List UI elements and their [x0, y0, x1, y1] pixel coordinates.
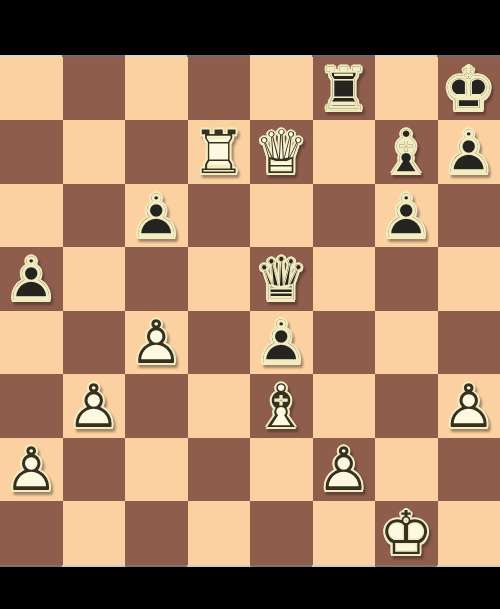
- square-c7[interactable]: [125, 120, 188, 183]
- square-b4[interactable]: [63, 311, 126, 374]
- square-d3[interactable]: [188, 374, 251, 437]
- square-g8[interactable]: [375, 57, 438, 120]
- white-king-outline-icon: ♔: [375, 501, 438, 564]
- piece-white-pawn-f2[interactable]: ♟♙: [313, 438, 376, 501]
- black-pawn-outline-icon: ♙: [0, 247, 63, 310]
- square-g1[interactable]: ♚♔: [375, 501, 438, 564]
- black-pawn-outline-icon: ♙: [438, 120, 500, 183]
- square-b3[interactable]: ♟♙: [63, 374, 126, 437]
- square-c5[interactable]: [125, 247, 188, 310]
- square-f5[interactable]: [313, 247, 376, 310]
- black-pawn-outline-icon: ♙: [375, 184, 438, 247]
- square-a8[interactable]: [0, 57, 63, 120]
- square-c6[interactable]: ♟♙: [125, 184, 188, 247]
- square-e2[interactable]: [250, 438, 313, 501]
- square-d2[interactable]: [188, 438, 251, 501]
- square-g6[interactable]: ♟♙: [375, 184, 438, 247]
- white-queen-outline-icon: ♕: [250, 120, 313, 183]
- square-h1[interactable]: [438, 501, 500, 564]
- square-e3[interactable]: ♝♗: [250, 374, 313, 437]
- square-f2[interactable]: ♟♙: [313, 438, 376, 501]
- square-f4[interactable]: [313, 311, 376, 374]
- square-h4[interactable]: [438, 311, 500, 374]
- white-pawn-outline-icon: ♙: [0, 438, 63, 501]
- piece-black-pawn-e4[interactable]: ♟♙: [250, 311, 313, 374]
- piece-black-king-h8[interactable]: ♚♔: [438, 57, 500, 120]
- square-f3[interactable]: [313, 374, 376, 437]
- square-c3[interactable]: [125, 374, 188, 437]
- square-d6[interactable]: [188, 184, 251, 247]
- top-letterbox-bar: [0, 0, 500, 55]
- piece-white-pawn-b3[interactable]: ♟♙: [63, 374, 126, 437]
- square-a6[interactable]: [0, 184, 63, 247]
- black-bishop-outline-icon: ♗: [375, 120, 438, 183]
- square-e1[interactable]: [250, 501, 313, 564]
- square-b1[interactable]: [63, 501, 126, 564]
- piece-white-pawn-a2[interactable]: ♟♙: [0, 438, 63, 501]
- square-c4[interactable]: ♟♙: [125, 311, 188, 374]
- piece-black-pawn-g6[interactable]: ♟♙: [375, 184, 438, 247]
- chess-board: ♜♖♚♔♜♖♛♕♝♗♟♙♟♙♟♙♟♙♛♕♟♙♟♙♟♙♝♗♟♙♟♙♟♙♚♔: [0, 57, 500, 565]
- square-f8[interactable]: ♜♖: [313, 57, 376, 120]
- square-c8[interactable]: [125, 57, 188, 120]
- piece-white-rook-d7[interactable]: ♜♖: [188, 120, 251, 183]
- piece-black-bishop-g7[interactable]: ♝♗: [375, 120, 438, 183]
- square-b7[interactable]: [63, 120, 126, 183]
- square-g2[interactable]: [375, 438, 438, 501]
- white-rook-outline-icon: ♖: [188, 120, 251, 183]
- square-d4[interactable]: [188, 311, 251, 374]
- square-b5[interactable]: [63, 247, 126, 310]
- chess-board-screenshot: ♜♖♚♔♜♖♛♕♝♗♟♙♟♙♟♙♟♙♛♕♟♙♟♙♟♙♝♗♟♙♟♙♟♙♚♔: [0, 0, 500, 609]
- square-g7[interactable]: ♝♗: [375, 120, 438, 183]
- piece-white-queen-e7[interactable]: ♛♕: [250, 120, 313, 183]
- square-b8[interactable]: [63, 57, 126, 120]
- square-a4[interactable]: [0, 311, 63, 374]
- piece-black-pawn-h7[interactable]: ♟♙: [438, 120, 500, 183]
- square-h5[interactable]: [438, 247, 500, 310]
- square-c2[interactable]: [125, 438, 188, 501]
- piece-white-bishop-e3[interactable]: ♝♗: [250, 374, 313, 437]
- piece-white-pawn-c4[interactable]: ♟♙: [125, 311, 188, 374]
- square-f1[interactable]: [313, 501, 376, 564]
- black-pawn-outline-icon: ♙: [125, 184, 188, 247]
- square-e5[interactable]: ♛♕: [250, 247, 313, 310]
- piece-black-queen-e5[interactable]: ♛♕: [250, 247, 313, 310]
- square-e6[interactable]: [250, 184, 313, 247]
- square-g4[interactable]: [375, 311, 438, 374]
- white-pawn-outline-icon: ♙: [313, 438, 376, 501]
- square-e8[interactable]: [250, 57, 313, 120]
- black-rook-outline-icon: ♖: [313, 57, 376, 120]
- square-b2[interactable]: [63, 438, 126, 501]
- square-g3[interactable]: [375, 374, 438, 437]
- white-pawn-outline-icon: ♙: [125, 311, 188, 374]
- square-h7[interactable]: ♟♙: [438, 120, 500, 183]
- white-bishop-outline-icon: ♗: [250, 374, 313, 437]
- piece-black-rook-f8[interactable]: ♜♖: [313, 57, 376, 120]
- black-queen-outline-icon: ♕: [250, 247, 313, 310]
- bottom-letterbox-bar: [0, 567, 500, 609]
- square-a3[interactable]: [0, 374, 63, 437]
- white-pawn-outline-icon: ♙: [438, 374, 500, 437]
- square-h3[interactable]: ♟♙: [438, 374, 500, 437]
- black-pawn-outline-icon: ♙: [250, 311, 313, 374]
- square-h2[interactable]: [438, 438, 500, 501]
- square-h6[interactable]: [438, 184, 500, 247]
- square-a5[interactable]: ♟♙: [0, 247, 63, 310]
- square-d7[interactable]: ♜♖: [188, 120, 251, 183]
- square-a1[interactable]: [0, 501, 63, 564]
- piece-white-king-g1[interactable]: ♚♔: [375, 501, 438, 564]
- black-king-outline-icon: ♔: [438, 57, 500, 120]
- square-b6[interactable]: [63, 184, 126, 247]
- square-e7[interactable]: ♛♕: [250, 120, 313, 183]
- piece-black-pawn-a5[interactable]: ♟♙: [0, 247, 63, 310]
- piece-white-pawn-h3[interactable]: ♟♙: [438, 374, 500, 437]
- square-h8[interactable]: ♚♔: [438, 57, 500, 120]
- square-f7[interactable]: [313, 120, 376, 183]
- square-e4[interactable]: ♟♙: [250, 311, 313, 374]
- square-d5[interactable]: [188, 247, 251, 310]
- square-c1[interactable]: [125, 501, 188, 564]
- white-pawn-outline-icon: ♙: [63, 374, 126, 437]
- square-a7[interactable]: [0, 120, 63, 183]
- square-g5[interactable]: [375, 247, 438, 310]
- square-f6[interactable]: [313, 184, 376, 247]
- piece-black-pawn-c6[interactable]: ♟♙: [125, 184, 188, 247]
- square-a2[interactable]: ♟♙: [0, 438, 63, 501]
- square-d1[interactable]: [188, 501, 251, 564]
- square-d8[interactable]: [188, 57, 251, 120]
